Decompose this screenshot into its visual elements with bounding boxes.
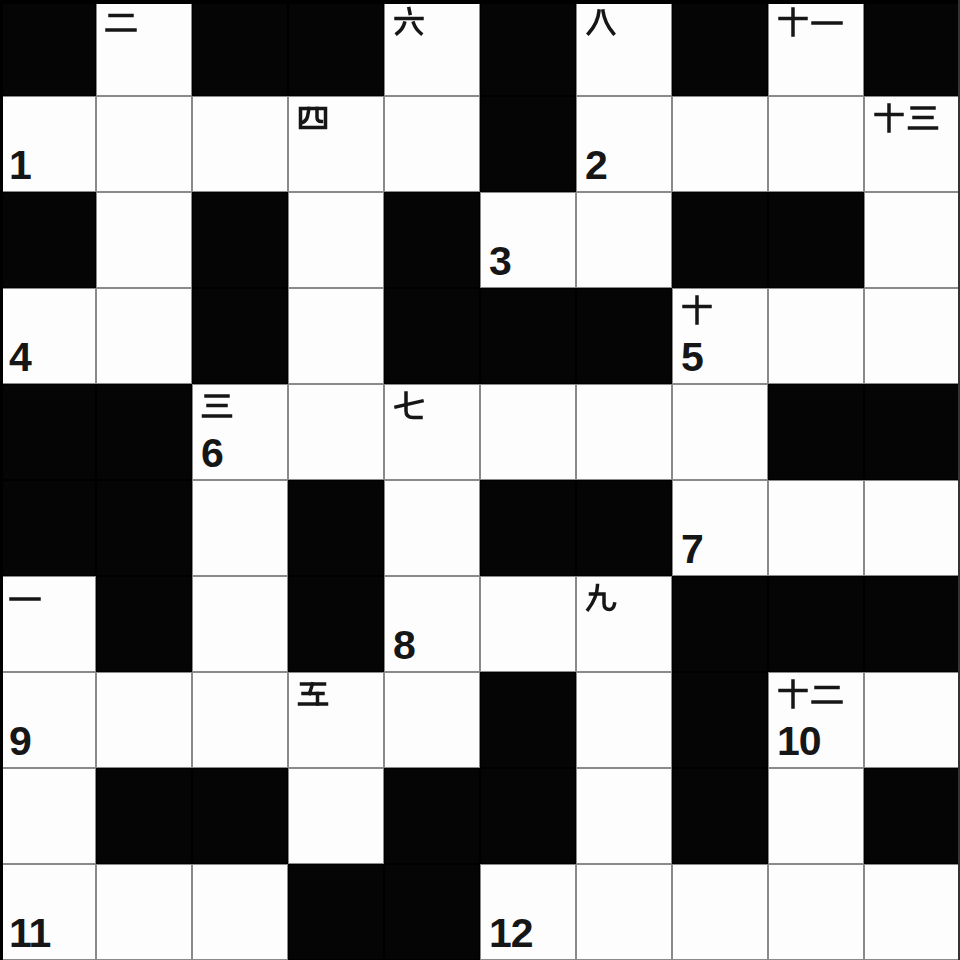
kanji-glyph-九 [585, 582, 617, 614]
cell-r5c2[interactable] [192, 480, 288, 576]
cell-r9c3-block [288, 864, 384, 960]
clue-number: 9 [9, 721, 31, 762]
cell-r3c2-block [192, 288, 288, 384]
kanji-glyph-三 [201, 390, 233, 422]
cell-r8c5-block [480, 768, 576, 864]
cell-r0c5-block [480, 0, 576, 96]
cell-r1c7[interactable] [672, 96, 768, 192]
cell-r8c8[interactable] [768, 768, 864, 864]
cell-r7c8[interactable]: 10 [768, 672, 864, 768]
cell-r2c6[interactable] [576, 192, 672, 288]
cell-r2c8-block [768, 192, 864, 288]
cell-r7c7-block [672, 672, 768, 768]
clue-number: 10 [777, 721, 821, 762]
cell-r8c0[interactable] [0, 768, 96, 864]
cell-r7c2[interactable] [192, 672, 288, 768]
cell-r9c0[interactable]: 11 [0, 864, 96, 960]
cell-r2c2-block [192, 192, 288, 288]
kanji-glyph-一 [9, 582, 41, 614]
cell-r1c5-block [480, 96, 576, 192]
cell-r9c8[interactable] [768, 864, 864, 960]
cell-r6c9-block [864, 576, 960, 672]
cell-r9c9[interactable] [864, 864, 960, 960]
cell-r4c8-block [768, 384, 864, 480]
cell-r5c3-block [288, 480, 384, 576]
kanji-clue-label [393, 6, 425, 38]
board-left-border [0, 0, 3, 960]
cell-r5c7[interactable]: 7 [672, 480, 768, 576]
cell-r2c9[interactable] [864, 192, 960, 288]
clue-number: 7 [681, 529, 703, 570]
cell-r6c7-block [672, 576, 768, 672]
kanji-glyph-四 [297, 102, 329, 134]
kanji-clue-label [105, 6, 137, 38]
cell-r1c1[interactable] [96, 96, 192, 192]
clue-number: 3 [489, 241, 511, 282]
cell-r5c8[interactable] [768, 480, 864, 576]
kanji-clue-label [681, 294, 713, 326]
kanji-glyph-六 [393, 6, 425, 38]
cell-r6c3-block [288, 576, 384, 672]
cell-r4c6[interactable] [576, 384, 672, 480]
cell-r1c6[interactable]: 2 [576, 96, 672, 192]
kanji-glyph-五 [297, 678, 329, 710]
cell-r0c8[interactable] [768, 0, 864, 96]
board-top-border [0, 0, 960, 4]
cell-r1c3[interactable] [288, 96, 384, 192]
cell-r5c0-block [0, 480, 96, 576]
cell-r9c4-block [384, 864, 480, 960]
cell-r1c9[interactable] [864, 96, 960, 192]
cell-r5c9[interactable] [864, 480, 960, 576]
cell-r4c9-block [864, 384, 960, 480]
clue-number: 8 [393, 625, 415, 666]
cell-r3c5-block [480, 288, 576, 384]
cell-r2c5[interactable]: 3 [480, 192, 576, 288]
cell-r4c5[interactable] [480, 384, 576, 480]
cell-r3c8[interactable] [768, 288, 864, 384]
kanji-clue-label [297, 102, 329, 134]
cell-r3c6-block [576, 288, 672, 384]
cell-r4c2[interactable]: 6 [192, 384, 288, 480]
cell-r4c0-block [0, 384, 96, 480]
cell-r3c9[interactable] [864, 288, 960, 384]
kanji-clue-label [777, 6, 843, 38]
cell-r8c2-block [192, 768, 288, 864]
kanji-clue-label [585, 582, 617, 614]
clue-number: 5 [681, 337, 703, 378]
kanji-clue-label [393, 390, 425, 422]
kanji-clue-label [873, 102, 939, 134]
cell-r7c6[interactable] [576, 672, 672, 768]
cell-r6c4[interactable]: 8 [384, 576, 480, 672]
cell-r2c0-block [0, 192, 96, 288]
cell-r5c1-block [96, 480, 192, 576]
kanji-glyph-七 [393, 390, 425, 422]
cell-r5c5-block [480, 480, 576, 576]
kanji-glyph-十 [681, 294, 713, 326]
kanji-glyph-十 [777, 6, 809, 38]
cell-r1c8[interactable] [768, 96, 864, 192]
cell-r1c2[interactable] [192, 96, 288, 192]
cell-r7c3[interactable] [288, 672, 384, 768]
clue-number: 11 [9, 913, 50, 954]
cell-r3c4-block [384, 288, 480, 384]
cell-r7c1[interactable] [96, 672, 192, 768]
cell-r3c0[interactable]: 4 [0, 288, 96, 384]
cell-r6c2[interactable] [192, 576, 288, 672]
kanji-clue-label [9, 582, 41, 614]
cell-r4c1-block [96, 384, 192, 480]
kanji-glyph-三 [907, 102, 939, 134]
cell-r4c3[interactable] [288, 384, 384, 480]
kanji-glyph-十 [873, 102, 905, 134]
cell-r8c9-block [864, 768, 960, 864]
cell-r9c2[interactable] [192, 864, 288, 960]
kanji-clue-label [297, 678, 329, 710]
clue-number: 4 [9, 337, 31, 378]
cell-r7c5-block [480, 672, 576, 768]
cell-r5c6-block [576, 480, 672, 576]
cell-r0c2-block [192, 0, 288, 96]
cell-r6c5[interactable] [480, 576, 576, 672]
cell-r8c4-block [384, 768, 480, 864]
cell-r0c4[interactable] [384, 0, 480, 96]
cell-r0c7-block [672, 0, 768, 96]
cell-r8c1-block [96, 768, 192, 864]
cell-r0c0-block [0, 0, 96, 96]
kanji-glyph-八 [585, 6, 617, 38]
kanji-clue-label [585, 6, 617, 38]
cell-r9c5[interactable]: 12 [480, 864, 576, 960]
cell-r1c0[interactable]: 1 [0, 96, 96, 192]
cell-r0c9-block [864, 0, 960, 96]
cell-r0c1[interactable] [96, 0, 192, 96]
crossword-board: 123456789101112 [0, 0, 960, 960]
crossword-grid: 123456789101112 [0, 0, 960, 960]
cell-r6c6[interactable] [576, 576, 672, 672]
cell-r7c4[interactable] [384, 672, 480, 768]
cell-r9c1[interactable] [96, 864, 192, 960]
kanji-clue-label [777, 678, 843, 710]
cell-r9c6[interactable] [576, 864, 672, 960]
cell-r2c3[interactable] [288, 192, 384, 288]
cell-r0c6[interactable] [576, 0, 672, 96]
kanji-glyph-十 [777, 678, 809, 710]
clue-number: 6 [201, 433, 223, 474]
kanji-clue-label [201, 390, 233, 422]
cell-r7c0[interactable]: 9 [0, 672, 96, 768]
cell-r8c7-block [672, 768, 768, 864]
kanji-glyph-二 [105, 6, 137, 38]
kanji-glyph-一 [811, 6, 843, 38]
cell-r4c4[interactable] [384, 384, 480, 480]
cell-r6c8-block [768, 576, 864, 672]
cell-r3c1[interactable] [96, 288, 192, 384]
cell-r3c7[interactable]: 5 [672, 288, 768, 384]
kanji-glyph-二 [811, 678, 843, 710]
cell-r5c4[interactable] [384, 480, 480, 576]
cell-r8c6[interactable] [576, 768, 672, 864]
cell-r2c7-block [672, 192, 768, 288]
cell-r2c4-block [384, 192, 480, 288]
cell-r8c3[interactable] [288, 768, 384, 864]
cell-r6c1-block [96, 576, 192, 672]
cell-r4c7[interactable] [672, 384, 768, 480]
clue-number: 2 [585, 145, 607, 186]
cell-r7c9[interactable] [864, 672, 960, 768]
cell-r2c1[interactable] [96, 192, 192, 288]
cell-r3c3[interactable] [288, 288, 384, 384]
clue-number: 1 [9, 145, 31, 186]
cell-r9c7[interactable] [672, 864, 768, 960]
cell-r1c4[interactable] [384, 96, 480, 192]
cell-r0c3-block [288, 0, 384, 96]
cell-r6c0[interactable] [0, 576, 96, 672]
clue-number: 12 [489, 913, 533, 954]
